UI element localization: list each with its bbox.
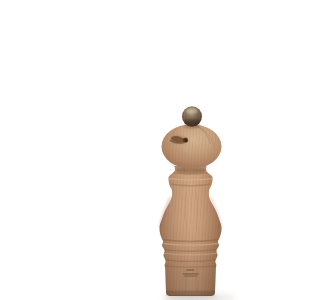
knob-highlight xyxy=(186,108,198,114)
product-photo: Natural beech wood pepper mill with a kn… xyxy=(40,16,320,300)
grinder-knob xyxy=(182,106,202,126)
pepper-mill-illustration: Natural beech wood pepper mill with a kn… xyxy=(40,16,320,300)
